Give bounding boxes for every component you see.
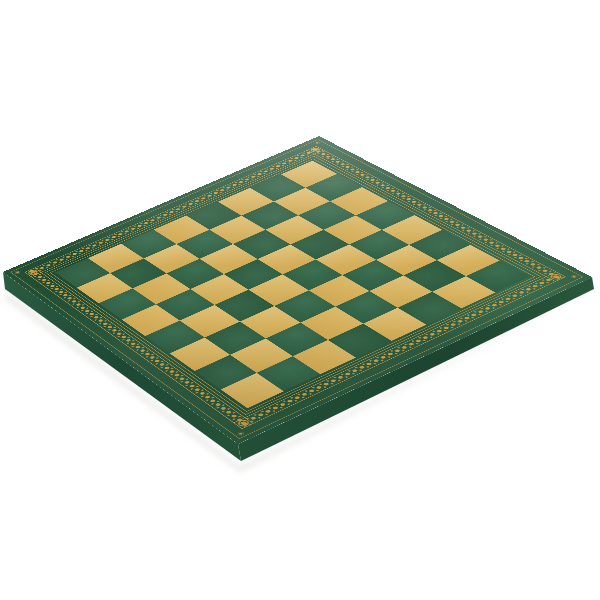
corner-floret bbox=[315, 142, 320, 144]
corner-floret bbox=[571, 275, 577, 278]
corner-floret bbox=[238, 432, 244, 435]
product-photo bbox=[0, 0, 600, 600]
